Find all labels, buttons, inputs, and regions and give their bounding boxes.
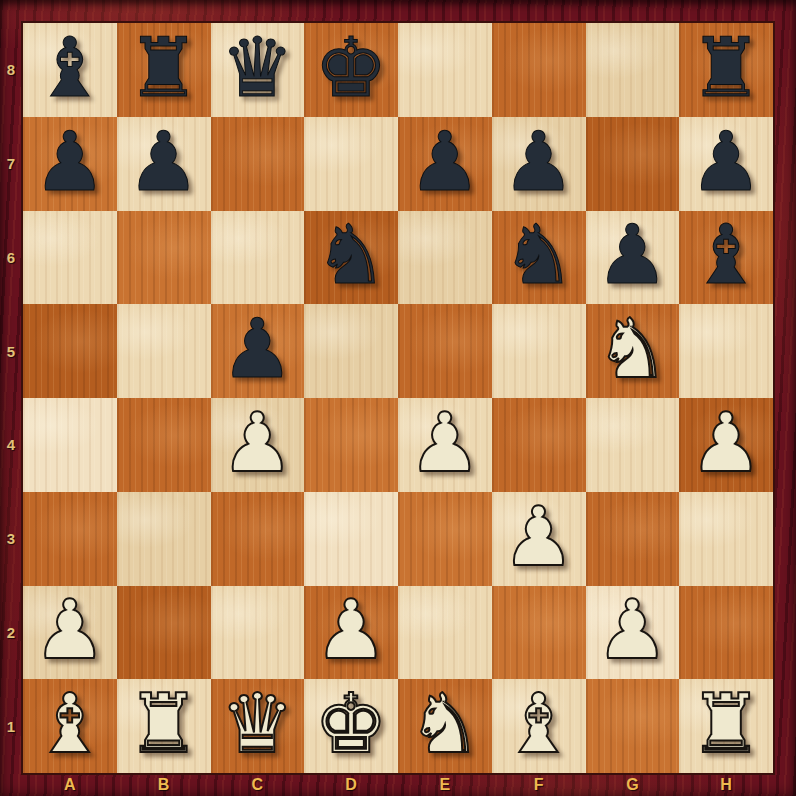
black-pawn-c5[interactable]: ♟ (221, 308, 295, 390)
square-c8[interactable]: ♛ (211, 23, 305, 117)
rank-label-8: 8 (0, 23, 22, 117)
file-label-c: C (211, 773, 305, 796)
white-pawn-a2[interactable]: ♟ (33, 589, 107, 671)
square-b6[interactable] (117, 211, 211, 305)
square-f3[interactable]: ♟ (492, 492, 586, 586)
square-e2[interactable] (398, 586, 492, 680)
square-a7[interactable]: ♟ (23, 117, 117, 211)
white-pawn-g2[interactable]: ♟ (596, 589, 670, 671)
square-h8[interactable]: ♜ (679, 23, 773, 117)
square-c1[interactable]: ♛ (211, 679, 305, 773)
square-e3[interactable] (398, 492, 492, 586)
square-d2[interactable]: ♟ (304, 586, 398, 680)
black-rook-h8[interactable]: ♜ (689, 27, 763, 109)
black-pawn-f7[interactable]: ♟ (502, 121, 576, 203)
square-f8[interactable] (492, 23, 586, 117)
square-b5[interactable] (117, 304, 211, 398)
square-h1[interactable]: ♜ (679, 679, 773, 773)
square-c5[interactable]: ♟ (211, 304, 305, 398)
square-b3[interactable] (117, 492, 211, 586)
square-f6[interactable]: ♞ (492, 211, 586, 305)
black-pawn-h7[interactable]: ♟ (689, 121, 763, 203)
black-bishop-a8[interactable]: ♝ (33, 27, 107, 109)
black-pawn-e7[interactable]: ♟ (408, 121, 482, 203)
square-d5[interactable] (304, 304, 398, 398)
square-e7[interactable]: ♟ (398, 117, 492, 211)
white-pawn-e4[interactable]: ♟ (408, 402, 482, 484)
file-label-b: B (117, 773, 211, 796)
white-pawn-c4[interactable]: ♟ (221, 402, 295, 484)
square-f2[interactable] (492, 586, 586, 680)
rank-label-6: 6 (0, 211, 22, 305)
square-e5[interactable] (398, 304, 492, 398)
black-pawn-a7[interactable]: ♟ (33, 121, 107, 203)
square-d7[interactable] (304, 117, 398, 211)
white-knight-g5[interactable]: ♞ (596, 308, 670, 390)
square-e6[interactable] (398, 211, 492, 305)
white-king-d1[interactable]: ♚ (314, 683, 388, 765)
square-g6[interactable]: ♟ (586, 211, 680, 305)
rank-label-1: 1 (0, 679, 22, 773)
square-h4[interactable]: ♟ (679, 398, 773, 492)
square-c6[interactable] (211, 211, 305, 305)
square-d8[interactable]: ♚ (304, 23, 398, 117)
square-a3[interactable] (23, 492, 117, 586)
square-d3[interactable] (304, 492, 398, 586)
square-b7[interactable]: ♟ (117, 117, 211, 211)
white-knight-e1[interactable]: ♞ (408, 683, 482, 765)
chess-board-frame: ♝♜♛♚♜♟♟♟♟♟♞♞♟♝♟♞♟♟♟♟♟♟♟♝♜♛♚♞♝♜ 87654321A… (0, 0, 796, 796)
square-e4[interactable]: ♟ (398, 398, 492, 492)
black-rook-b8[interactable]: ♜ (127, 27, 201, 109)
file-label-d: D (304, 773, 398, 796)
rank-label-7: 7 (0, 117, 22, 211)
square-e1[interactable]: ♞ (398, 679, 492, 773)
square-d1[interactable]: ♚ (304, 679, 398, 773)
square-b4[interactable] (117, 398, 211, 492)
white-pawn-d2[interactable]: ♟ (314, 589, 388, 671)
square-a8[interactable]: ♝ (23, 23, 117, 117)
square-f5[interactable] (492, 304, 586, 398)
file-label-g: G (586, 773, 680, 796)
white-queen-c1[interactable]: ♛ (221, 683, 295, 765)
square-g7[interactable] (586, 117, 680, 211)
white-rook-h1[interactable]: ♜ (689, 683, 763, 765)
square-f4[interactable] (492, 398, 586, 492)
square-a4[interactable] (23, 398, 117, 492)
square-g3[interactable] (586, 492, 680, 586)
black-king-d8[interactable]: ♚ (314, 27, 388, 109)
rank-label-5: 5 (0, 304, 22, 398)
file-label-a: A (23, 773, 117, 796)
square-a2[interactable]: ♟ (23, 586, 117, 680)
file-label-e: E (398, 773, 492, 796)
square-b2[interactable] (117, 586, 211, 680)
square-h2[interactable] (679, 586, 773, 680)
rank-label-3: 3 (0, 492, 22, 586)
square-c2[interactable] (211, 586, 305, 680)
black-knight-f6[interactable]: ♞ (502, 214, 576, 296)
square-e8[interactable] (398, 23, 492, 117)
square-d6[interactable]: ♞ (304, 211, 398, 305)
white-pawn-f3[interactable]: ♟ (502, 496, 576, 578)
square-h5[interactable] (679, 304, 773, 398)
white-bishop-a1[interactable]: ♝ (33, 683, 107, 765)
square-b8[interactable]: ♜ (117, 23, 211, 117)
file-label-f: F (492, 773, 586, 796)
white-pawn-h4[interactable]: ♟ (689, 402, 763, 484)
square-d4[interactable] (304, 398, 398, 492)
square-b1[interactable]: ♜ (117, 679, 211, 773)
chess-board: ♝♜♛♚♜♟♟♟♟♟♞♞♟♝♟♞♟♟♟♟♟♟♟♝♜♛♚♞♝♜ (23, 23, 773, 773)
square-g5[interactable]: ♞ (586, 304, 680, 398)
square-c4[interactable]: ♟ (211, 398, 305, 492)
black-pawn-g6[interactable]: ♟ (596, 214, 670, 296)
square-g2[interactable]: ♟ (586, 586, 680, 680)
square-a6[interactable] (23, 211, 117, 305)
black-queen-c8[interactable]: ♛ (221, 27, 295, 109)
square-g4[interactable] (586, 398, 680, 492)
square-g1[interactable] (586, 679, 680, 773)
rank-label-2: 2 (0, 586, 22, 680)
square-g8[interactable] (586, 23, 680, 117)
square-c7[interactable] (211, 117, 305, 211)
square-f1[interactable]: ♝ (492, 679, 586, 773)
square-f7[interactable]: ♟ (492, 117, 586, 211)
square-a5[interactable] (23, 304, 117, 398)
square-h6[interactable]: ♝ (679, 211, 773, 305)
square-h7[interactable]: ♟ (679, 117, 773, 211)
square-h3[interactable] (679, 492, 773, 586)
white-rook-b1[interactable]: ♜ (127, 683, 201, 765)
black-pawn-b7[interactable]: ♟ (127, 121, 201, 203)
black-bishop-h6[interactable]: ♝ (689, 214, 763, 296)
square-c3[interactable] (211, 492, 305, 586)
square-a1[interactable]: ♝ (23, 679, 117, 773)
black-knight-d6[interactable]: ♞ (314, 214, 388, 296)
file-label-h: H (679, 773, 773, 796)
white-bishop-f1[interactable]: ♝ (502, 683, 576, 765)
rank-label-4: 4 (0, 398, 22, 492)
